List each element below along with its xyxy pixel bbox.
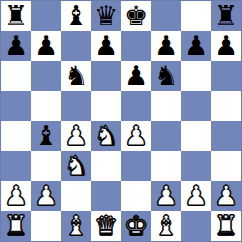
square-a7[interactable]: ♟ [1, 31, 31, 61]
square-g8[interactable] [181, 1, 211, 31]
square-f2[interactable]: ♟ [151, 181, 181, 211]
square-b7[interactable]: ♟ [31, 31, 61, 61]
square-e4[interactable]: ♟ [121, 121, 151, 151]
square-f8[interactable] [151, 1, 181, 31]
square-e3[interactable] [121, 151, 151, 181]
white-rook[interactable]: ♜ [4, 211, 28, 241]
white-knight[interactable]: ♞ [94, 121, 118, 151]
square-h4[interactable] [211, 121, 241, 151]
square-f4[interactable] [151, 121, 181, 151]
square-b5[interactable] [31, 91, 61, 121]
square-c4[interactable]: ♟ [61, 121, 91, 151]
white-pawn[interactable]: ♟ [124, 121, 148, 151]
black-pawn[interactable]: ♟ [34, 31, 58, 61]
square-d2[interactable] [91, 181, 121, 211]
square-g5[interactable] [181, 91, 211, 121]
square-d7[interactable]: ♟ [91, 31, 121, 61]
square-f3[interactable] [151, 151, 181, 181]
white-pawn[interactable]: ♟ [214, 181, 238, 211]
square-c7[interactable] [61, 31, 91, 61]
black-rook[interactable]: ♜ [214, 1, 238, 31]
square-d6[interactable] [91, 61, 121, 91]
square-e6[interactable]: ♟ [121, 61, 151, 91]
square-h8[interactable]: ♜ [211, 1, 241, 31]
square-g4[interactable] [181, 121, 211, 151]
square-c5[interactable] [61, 91, 91, 121]
square-c8[interactable]: ♝ [61, 1, 91, 31]
square-b1[interactable] [31, 211, 61, 241]
square-g1[interactable] [181, 211, 211, 241]
square-g6[interactable] [181, 61, 211, 91]
square-c6[interactable]: ♞ [61, 61, 91, 91]
square-a4[interactable] [1, 121, 31, 151]
black-queen[interactable]: ♛ [94, 1, 118, 31]
chess-board: ♜♝♛♚♜♟♟♟♟♟♟♞♟♞♝♟♞♟♞♟♟♟♟♟♜♝♛♚♝♜ [0, 0, 242, 242]
square-h6[interactable] [211, 61, 241, 91]
square-e2[interactable] [121, 181, 151, 211]
square-b3[interactable] [31, 151, 61, 181]
black-pawn[interactable]: ♟ [124, 61, 148, 91]
square-c2[interactable] [61, 181, 91, 211]
square-b8[interactable] [31, 1, 61, 31]
white-pawn[interactable]: ♟ [184, 181, 208, 211]
square-d4[interactable]: ♞ [91, 121, 121, 151]
black-pawn[interactable]: ♟ [4, 31, 28, 61]
square-a5[interactable] [1, 91, 31, 121]
square-e1[interactable]: ♚ [121, 211, 151, 241]
white-pawn[interactable]: ♟ [34, 181, 58, 211]
white-bishop[interactable]: ♝ [154, 211, 178, 241]
square-b6[interactable] [31, 61, 61, 91]
white-queen[interactable]: ♛ [94, 211, 118, 241]
square-f5[interactable] [151, 91, 181, 121]
black-knight[interactable]: ♞ [154, 61, 178, 91]
square-e8[interactable]: ♚ [121, 1, 151, 31]
square-g3[interactable] [181, 151, 211, 181]
square-h3[interactable] [211, 151, 241, 181]
black-pawn[interactable]: ♟ [214, 31, 238, 61]
square-c1[interactable]: ♝ [61, 211, 91, 241]
square-c3[interactable]: ♞ [61, 151, 91, 181]
square-f1[interactable]: ♝ [151, 211, 181, 241]
square-e5[interactable] [121, 91, 151, 121]
black-bishop[interactable]: ♝ [34, 121, 58, 151]
square-d3[interactable] [91, 151, 121, 181]
square-g7[interactable]: ♟ [181, 31, 211, 61]
black-pawn[interactable]: ♟ [154, 31, 178, 61]
white-knight[interactable]: ♞ [64, 151, 88, 181]
square-b2[interactable]: ♟ [31, 181, 61, 211]
square-h5[interactable] [211, 91, 241, 121]
black-rook[interactable]: ♜ [4, 1, 28, 31]
white-bishop[interactable]: ♝ [64, 211, 88, 241]
black-pawn[interactable]: ♟ [94, 31, 118, 61]
square-d8[interactable]: ♛ [91, 1, 121, 31]
black-knight[interactable]: ♞ [64, 61, 88, 91]
white-king[interactable]: ♚ [124, 211, 148, 241]
square-f7[interactable]: ♟ [151, 31, 181, 61]
square-f6[interactable]: ♞ [151, 61, 181, 91]
square-a2[interactable]: ♟ [1, 181, 31, 211]
square-h7[interactable]: ♟ [211, 31, 241, 61]
square-a3[interactable] [1, 151, 31, 181]
square-b4[interactable]: ♝ [31, 121, 61, 151]
white-rook[interactable]: ♜ [214, 211, 238, 241]
white-pawn[interactable]: ♟ [64, 121, 88, 151]
square-g2[interactable]: ♟ [181, 181, 211, 211]
white-pawn[interactable]: ♟ [154, 181, 178, 211]
square-d5[interactable] [91, 91, 121, 121]
black-king[interactable]: ♚ [124, 1, 148, 31]
square-e7[interactable] [121, 31, 151, 61]
square-d1[interactable]: ♛ [91, 211, 121, 241]
black-bishop[interactable]: ♝ [64, 1, 88, 31]
square-h2[interactable]: ♟ [211, 181, 241, 211]
square-h1[interactable]: ♜ [211, 211, 241, 241]
square-a1[interactable]: ♜ [1, 211, 31, 241]
black-pawn[interactable]: ♟ [184, 31, 208, 61]
white-pawn[interactable]: ♟ [4, 181, 28, 211]
square-a8[interactable]: ♜ [1, 1, 31, 31]
square-a6[interactable] [1, 61, 31, 91]
